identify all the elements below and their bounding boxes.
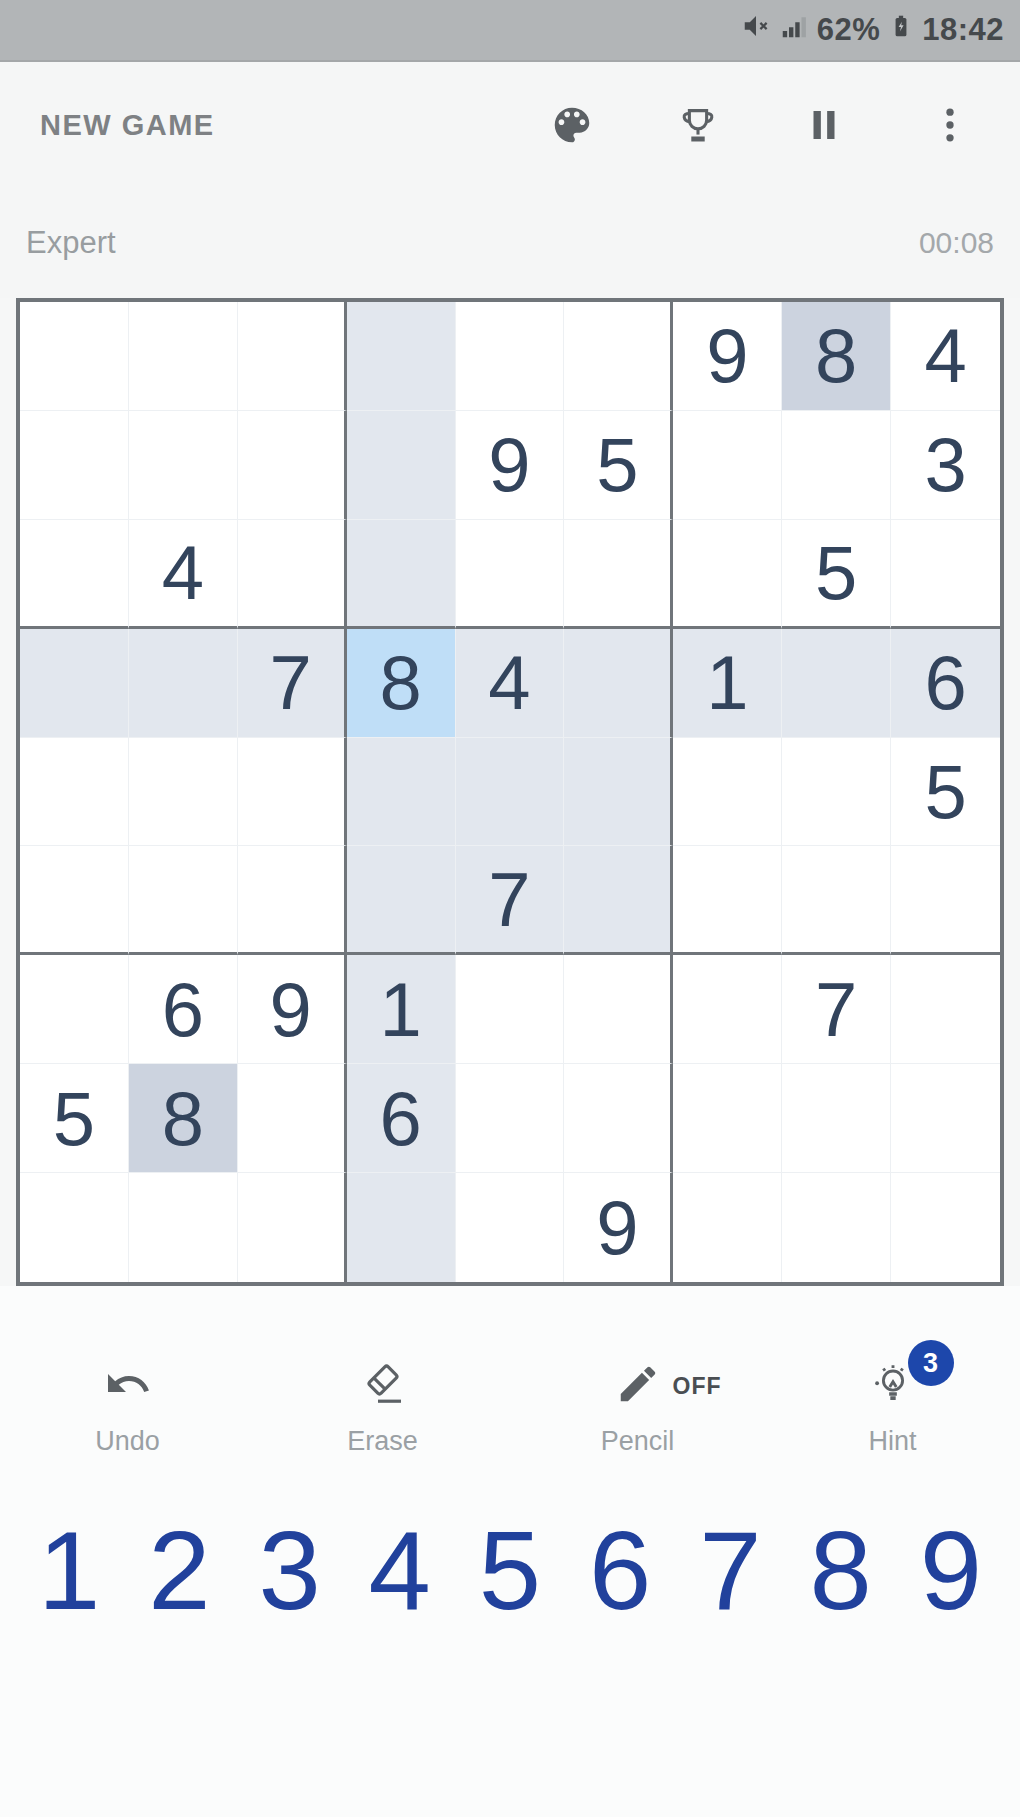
cell-r2c1[interactable]: [20, 411, 129, 520]
cell-r2c4[interactable]: [347, 411, 456, 520]
menu-kebab-icon[interactable]: [926, 101, 974, 149]
undo-label: Undo: [95, 1426, 160, 1457]
new-game-button[interactable]: NEW GAME: [40, 109, 215, 142]
cell-r5c8[interactable]: [782, 738, 891, 847]
pencil-state-badge: OFF: [673, 1373, 722, 1400]
cell-r4c3[interactable]: 7: [238, 629, 347, 738]
cell-r5c7[interactable]: [673, 738, 782, 847]
cell-r2c8[interactable]: [782, 411, 891, 520]
pause-icon[interactable]: [800, 101, 848, 149]
cell-r9c1[interactable]: [20, 1173, 129, 1282]
numpad-key-2[interactable]: 2: [124, 1515, 234, 1627]
cell-r4c2[interactable]: [129, 629, 238, 738]
pencil-button[interactable]: OFF Pencil: [510, 1358, 765, 1457]
cell-r7c3[interactable]: 9: [238, 955, 347, 1064]
eraser-icon: [359, 1360, 407, 1412]
cell-r4c6[interactable]: [564, 629, 673, 738]
erase-button[interactable]: Erase: [255, 1358, 510, 1457]
numpad-key-3[interactable]: 3: [234, 1515, 344, 1627]
trophy-icon[interactable]: [674, 101, 722, 149]
pencil-label: Pencil: [601, 1426, 675, 1457]
cell-r9c7[interactable]: [673, 1173, 782, 1282]
difficulty-label: Expert: [26, 225, 116, 261]
cell-r3c3[interactable]: [238, 520, 347, 629]
cell-r8c1[interactable]: 5: [20, 1064, 129, 1173]
cell-r8c9[interactable]: [891, 1064, 1000, 1173]
cell-r1c7[interactable]: 9: [673, 302, 782, 411]
numpad-key-7[interactable]: 7: [675, 1515, 785, 1627]
cell-r7c2[interactable]: 6: [129, 955, 238, 1064]
cell-r9c9[interactable]: [891, 1173, 1000, 1282]
cell-r9c4[interactable]: [347, 1173, 456, 1282]
erase-label: Erase: [347, 1426, 418, 1457]
cell-r9c3[interactable]: [238, 1173, 347, 1282]
cell-r4c7[interactable]: 1: [673, 629, 782, 738]
cell-r1c8[interactable]: 8: [782, 302, 891, 411]
cell-r9c6[interactable]: 9: [564, 1173, 673, 1282]
cell-r3c8[interactable]: 5: [782, 520, 891, 629]
cell-r4c9[interactable]: 6: [891, 629, 1000, 738]
cell-r3c5[interactable]: [456, 520, 565, 629]
signal-icon: [779, 11, 809, 49]
hint-button[interactable]: 3 Hint: [765, 1358, 1020, 1457]
cell-r5c4[interactable]: [347, 738, 456, 847]
clock-text: 18:42: [922, 12, 1004, 48]
cell-r7c5[interactable]: [456, 955, 565, 1064]
status-bar: 62% 18:42: [0, 0, 1020, 62]
timer-label: 00:08: [919, 226, 994, 260]
cell-r1c2[interactable]: [129, 302, 238, 411]
cell-r1c3[interactable]: [238, 302, 347, 411]
cell-r9c8[interactable]: [782, 1173, 891, 1282]
cell-r6c8[interactable]: [782, 846, 891, 955]
cell-r2c7[interactable]: [673, 411, 782, 520]
hint-label: Hint: [868, 1426, 916, 1457]
cell-r6c4[interactable]: [347, 846, 456, 955]
cell-r6c5[interactable]: 7: [456, 846, 565, 955]
cell-r9c2[interactable]: [129, 1173, 238, 1282]
cell-r1c4[interactable]: [347, 302, 456, 411]
cell-r1c1[interactable]: [20, 302, 129, 411]
cell-r1c5[interactable]: [456, 302, 565, 411]
cell-r3c9[interactable]: [891, 520, 1000, 629]
cell-r8c3[interactable]: [238, 1064, 347, 1173]
cell-r2c5[interactable]: 9: [456, 411, 565, 520]
cell-r3c1[interactable]: [20, 520, 129, 629]
cell-r6c2[interactable]: [129, 846, 238, 955]
cell-r7c4[interactable]: 1: [347, 955, 456, 1064]
numpad-key-4[interactable]: 4: [345, 1515, 455, 1627]
battery-icon: [888, 11, 914, 49]
cell-r3c4[interactable]: [347, 520, 456, 629]
bottom-panel: Undo Erase OFF Pencil: [0, 1286, 1020, 1817]
cell-r5c5[interactable]: [456, 738, 565, 847]
numpad-key-1[interactable]: 1: [14, 1515, 124, 1627]
undo-icon: [104, 1360, 152, 1412]
numpad-key-6[interactable]: 6: [565, 1515, 675, 1627]
cell-r8c5[interactable]: [456, 1064, 565, 1173]
mute-icon: [741, 11, 771, 49]
cell-r6c1[interactable]: [20, 846, 129, 955]
cell-r6c9[interactable]: [891, 846, 1000, 955]
cell-r8c6[interactable]: [564, 1064, 673, 1173]
cell-r5c9[interactable]: 5: [891, 738, 1000, 847]
undo-button[interactable]: Undo: [0, 1358, 255, 1457]
numpad: 123456789: [0, 1515, 1020, 1627]
numpad-key-9[interactable]: 9: [896, 1515, 1006, 1627]
numpad-key-5[interactable]: 5: [455, 1515, 565, 1627]
cell-r3c2[interactable]: 4: [129, 520, 238, 629]
app-bar: NEW GAME: [0, 62, 1020, 188]
cell-r8c2[interactable]: 8: [129, 1064, 238, 1173]
cell-r7c1[interactable]: [20, 955, 129, 1064]
pencil-icon: [615, 1361, 661, 1411]
numpad-key-8[interactable]: 8: [786, 1515, 896, 1627]
cell-r6c7[interactable]: [673, 846, 782, 955]
cell-r1c6[interactable]: [564, 302, 673, 411]
palette-icon[interactable]: [548, 101, 596, 149]
hint-count-badge: 3: [908, 1340, 954, 1386]
battery-percent: 62%: [817, 12, 881, 48]
cell-r5c3[interactable]: [238, 738, 347, 847]
cell-r7c9[interactable]: [891, 955, 1000, 1064]
cell-r2c2[interactable]: [129, 411, 238, 520]
cell-r4c4[interactable]: 8: [347, 629, 456, 738]
cell-r3c6[interactable]: [564, 520, 673, 629]
cell-r8c4[interactable]: 6: [347, 1064, 456, 1173]
cell-r5c1[interactable]: [20, 738, 129, 847]
cell-r6c6[interactable]: [564, 846, 673, 955]
sudoku-grid: 98495345784165769175869: [16, 298, 1004, 1286]
cell-r7c7[interactable]: [673, 955, 782, 1064]
cell-r4c8[interactable]: [782, 629, 891, 738]
cell-r6c3[interactable]: [238, 846, 347, 955]
toolbar: Undo Erase OFF Pencil: [0, 1286, 1020, 1457]
cell-r7c6[interactable]: [564, 955, 673, 1064]
cell-r2c3[interactable]: [238, 411, 347, 520]
cell-r8c7[interactable]: [673, 1064, 782, 1173]
cell-r5c2[interactable]: [129, 738, 238, 847]
cell-r4c1[interactable]: [20, 629, 129, 738]
meta-row: Expert 00:08: [0, 188, 1020, 298]
cell-r1c9[interactable]: 4: [891, 302, 1000, 411]
cell-r9c5[interactable]: [456, 1173, 565, 1282]
cell-r8c8[interactable]: [782, 1064, 891, 1173]
cell-r3c7[interactable]: [673, 520, 782, 629]
cell-r5c6[interactable]: [564, 738, 673, 847]
cell-r2c9[interactable]: 3: [891, 411, 1000, 520]
cell-r7c8[interactable]: 7: [782, 955, 891, 1064]
cell-r4c5[interactable]: 4: [456, 629, 565, 738]
cell-r2c6[interactable]: 5: [564, 411, 673, 520]
